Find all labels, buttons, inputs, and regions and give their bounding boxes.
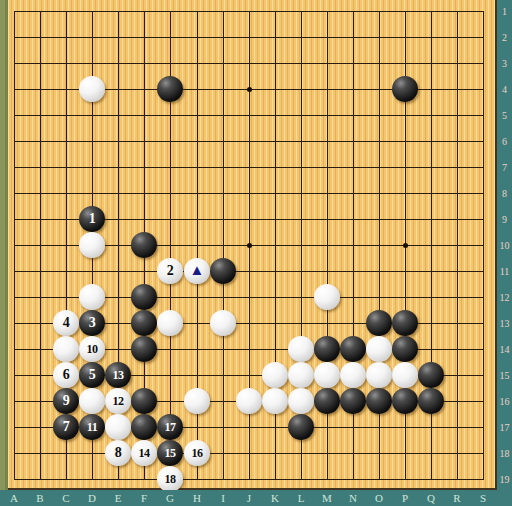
- column-label: M: [320, 492, 334, 504]
- column-label: I: [216, 492, 230, 504]
- black-stone: 5: [79, 362, 105, 388]
- white-stone: [366, 336, 392, 362]
- white-stone: [314, 362, 340, 388]
- white-stone: 4: [53, 310, 79, 336]
- white-stone: 14: [131, 440, 157, 466]
- row-label: 14: [497, 344, 512, 355]
- move-number: 4: [63, 316, 70, 330]
- star-point: [403, 243, 408, 248]
- move-number: 12: [113, 395, 124, 407]
- row-labels: 12345678910111213141516171819: [497, 0, 512, 506]
- black-stone: [340, 336, 366, 362]
- white-stone: [314, 284, 340, 310]
- black-stone: [418, 388, 444, 414]
- white-stone: 18: [157, 466, 183, 492]
- row-label: 11: [497, 266, 512, 277]
- column-labels: ABCDEFGHIJKLMNOPQRS: [0, 490, 512, 506]
- black-stone: [131, 232, 157, 258]
- column-label: E: [111, 492, 125, 504]
- column-label: L: [294, 492, 308, 504]
- white-stone: 6: [53, 362, 79, 388]
- row-label: 3: [497, 58, 512, 69]
- column-label: O: [372, 492, 386, 504]
- star-point: [247, 87, 252, 92]
- white-stone: [288, 336, 314, 362]
- column-label: K: [268, 492, 282, 504]
- white-stone: [210, 310, 236, 336]
- row-label: 19: [497, 474, 512, 485]
- white-stone: 8: [105, 440, 131, 466]
- column-label: S: [476, 492, 490, 504]
- row-label: 7: [497, 162, 512, 173]
- move-number: 10: [87, 343, 98, 355]
- column-label: G: [163, 492, 177, 504]
- black-stone: 11: [79, 414, 105, 440]
- go-kifu-viewer: 12▲4310651391271117814151618 ABCDEFGHIJK…: [0, 0, 512, 506]
- white-stone: [157, 310, 183, 336]
- white-stone: [288, 388, 314, 414]
- white-stone: [236, 388, 262, 414]
- star-point: [247, 243, 252, 248]
- row-label: 10: [497, 240, 512, 251]
- row-label: 13: [497, 318, 512, 329]
- move-number: 15: [165, 447, 176, 459]
- white-stone: [79, 284, 105, 310]
- grid-line-horizontal: [14, 479, 484, 480]
- grid-line-vertical: [483, 11, 484, 480]
- move-number: 2: [167, 264, 174, 278]
- column-label: J: [242, 492, 256, 504]
- black-stone: [392, 310, 418, 336]
- column-label: C: [59, 492, 73, 504]
- move-number: 9: [63, 394, 70, 408]
- column-label: B: [33, 492, 47, 504]
- move-number: 8: [115, 446, 122, 460]
- black-stone: [131, 284, 157, 310]
- black-stone: [157, 76, 183, 102]
- black-stone: [314, 388, 340, 414]
- column-label: R: [450, 492, 464, 504]
- black-stone: 17: [157, 414, 183, 440]
- move-number: 11: [87, 421, 97, 433]
- row-label: 17: [497, 422, 512, 433]
- row-label: 6: [497, 136, 512, 147]
- column-label: A: [7, 492, 21, 504]
- white-stone: [392, 362, 418, 388]
- move-number: 6: [63, 368, 70, 382]
- black-stone: [131, 414, 157, 440]
- black-stone: [392, 336, 418, 362]
- move-number: 7: [63, 420, 70, 434]
- black-stone: [418, 362, 444, 388]
- white-stone: [79, 232, 105, 258]
- go-board[interactable]: 12▲4310651391271117814151618: [8, 0, 497, 490]
- triangle-marker-icon: ▲: [190, 263, 205, 278]
- column-label: H: [190, 492, 204, 504]
- move-number: 3: [89, 316, 96, 330]
- black-stone: [314, 336, 340, 362]
- white-stone: [340, 362, 366, 388]
- black-stone: 13: [105, 362, 131, 388]
- black-stone: [288, 414, 314, 440]
- move-number: 17: [165, 421, 176, 433]
- white-stone: 12: [105, 388, 131, 414]
- board-left-edge: [0, 0, 8, 490]
- row-label: 8: [497, 188, 512, 199]
- column-label: D: [85, 492, 99, 504]
- white-stone: 2: [157, 258, 183, 284]
- move-number: 18: [165, 473, 176, 485]
- row-label: 12: [497, 292, 512, 303]
- row-label: 15: [497, 370, 512, 381]
- row-label: 4: [497, 84, 512, 95]
- column-label: Q: [424, 492, 438, 504]
- row-label: 1: [497, 6, 512, 17]
- move-number: 1: [89, 212, 96, 226]
- move-number: 14: [139, 447, 150, 459]
- black-stone: 7: [53, 414, 79, 440]
- white-stone: [53, 336, 79, 362]
- black-stone: 1: [79, 206, 105, 232]
- white-stone: 16: [184, 440, 210, 466]
- row-label: 2: [497, 32, 512, 43]
- grid-line-horizontal: [14, 453, 484, 454]
- white-stone: [262, 388, 288, 414]
- white-stone: ▲: [184, 258, 210, 284]
- row-label: 9: [497, 214, 512, 225]
- move-number: 5: [89, 368, 96, 382]
- black-stone: [392, 388, 418, 414]
- grid-line-vertical: [457, 11, 458, 480]
- black-stone: 3: [79, 310, 105, 336]
- black-stone: [131, 336, 157, 362]
- black-stone: [366, 388, 392, 414]
- column-label: N: [346, 492, 360, 504]
- white-stone: [79, 76, 105, 102]
- row-label: 16: [497, 396, 512, 407]
- black-stone: [392, 76, 418, 102]
- black-stone: [340, 388, 366, 414]
- grid-line-horizontal: [14, 271, 484, 272]
- black-stone: [131, 388, 157, 414]
- black-stone: [366, 310, 392, 336]
- white-stone: [79, 388, 105, 414]
- white-stone: [184, 388, 210, 414]
- white-stone: [288, 362, 314, 388]
- move-number: 13: [113, 369, 124, 381]
- black-stone: [131, 310, 157, 336]
- white-stone: [105, 414, 131, 440]
- black-stone: 15: [157, 440, 183, 466]
- move-number: 16: [192, 447, 203, 459]
- black-stone: [210, 258, 236, 284]
- row-label: 5: [497, 110, 512, 121]
- white-stone: 10: [79, 336, 105, 362]
- white-stone: [262, 362, 288, 388]
- row-label: 18: [497, 448, 512, 459]
- white-stone: [366, 362, 392, 388]
- black-stone: 9: [53, 388, 79, 414]
- column-label: P: [398, 492, 412, 504]
- column-label: F: [137, 492, 151, 504]
